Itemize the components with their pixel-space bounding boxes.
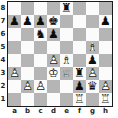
square-h1: ♜♖ — [99, 93, 112, 106]
black-king-icon: ♚ — [47, 15, 60, 28]
square-e2 — [60, 80, 73, 93]
piece-black-pawn: ♟ — [21, 15, 34, 28]
piece-black-king: ♚ — [47, 15, 60, 28]
white-pawn-icon: ♙ — [86, 67, 99, 80]
file-label-g: g — [86, 106, 99, 117]
square-e3: ♛♕ — [60, 67, 73, 80]
square-c1 — [34, 93, 47, 106]
square-a5 — [8, 41, 21, 54]
rank-label-8: 8 — [0, 2, 6, 15]
piece-black-pawn: ♟ — [86, 54, 99, 67]
square-a6 — [8, 28, 21, 41]
black-rook-icon: ♜ — [73, 67, 86, 80]
square-a2 — [8, 80, 21, 93]
square-c2: ♟♙ — [34, 80, 47, 93]
square-g3: ♟♙ — [86, 67, 99, 80]
square-h6 — [99, 28, 112, 41]
rank-label-5: 5 — [0, 41, 6, 54]
piece-white-bishop: ♝♗ — [60, 54, 73, 67]
piece-white-pawn: ♟♙ — [47, 54, 60, 67]
chess-diagram: 87654321 ♜♟♟♟♚♟♞♟♝♗♟♙♝♗♟♟♙♚♔♛♕♜♟♙♟♙♟♙♟♛♟… — [0, 0, 118, 118]
square-g8 — [86, 2, 99, 15]
white-queen-icon: ♕ — [60, 67, 73, 80]
piece-black-queen: ♛ — [86, 80, 99, 93]
rank-label-1: 1 — [0, 93, 6, 106]
rank-label-7: 7 — [0, 15, 6, 28]
square-e1 — [60, 93, 73, 106]
square-b4 — [21, 54, 34, 67]
square-h8 — [99, 2, 112, 15]
square-g5: ♝♗ — [86, 41, 99, 54]
chess-board: ♜♟♟♟♚♟♞♟♝♗♟♙♝♗♟♟♙♚♔♛♕♜♟♙♟♙♟♙♟♛♟♙♜♖♜♖ — [7, 1, 113, 107]
rank-label-2: 2 — [0, 80, 6, 93]
square-h5 — [99, 41, 112, 54]
white-bishop-icon: ♗ — [60, 54, 73, 67]
white-rook-icon: ♖ — [99, 93, 112, 106]
square-d5 — [47, 41, 60, 54]
black-pawn-icon: ♟ — [21, 15, 34, 28]
piece-black-pawn: ♟ — [99, 15, 112, 28]
rank-label-4: 4 — [0, 54, 6, 67]
square-h2: ♟♙ — [99, 80, 112, 93]
piece-black-pawn: ♟ — [47, 28, 60, 41]
square-f2: ♟ — [73, 80, 86, 93]
file-label-d: d — [47, 106, 60, 117]
square-e7 — [60, 15, 73, 28]
piece-white-king: ♚♔ — [47, 67, 60, 80]
file-labels: abcdefgh — [8, 106, 112, 117]
square-f5 — [73, 41, 86, 54]
square-d6: ♟ — [47, 28, 60, 41]
piece-white-pawn: ♟♙ — [8, 67, 21, 80]
white-king-icon: ♔ — [47, 67, 60, 80]
piece-white-pawn: ♟♙ — [21, 80, 34, 93]
square-f4 — [73, 54, 86, 67]
square-e5 — [60, 41, 73, 54]
file-label-b: b — [21, 106, 34, 117]
piece-black-rook: ♜ — [73, 67, 86, 80]
rank-labels: 87654321 — [0, 2, 6, 106]
white-pawn-icon: ♙ — [8, 67, 21, 80]
square-f1: ♜♖ — [73, 93, 86, 106]
square-h3 — [99, 67, 112, 80]
square-b5 — [21, 41, 34, 54]
white-pawn-icon: ♙ — [99, 80, 112, 93]
piece-black-rook: ♜ — [60, 2, 73, 15]
square-f6 — [73, 28, 86, 41]
square-c8 — [34, 2, 47, 15]
black-pawn-icon: ♟ — [8, 15, 21, 28]
black-pawn-icon: ♟ — [47, 28, 60, 41]
square-d2 — [47, 80, 60, 93]
square-c4 — [34, 54, 47, 67]
piece-white-queen: ♛♕ — [60, 67, 73, 80]
white-pawn-icon: ♙ — [21, 80, 34, 93]
square-b7: ♟ — [21, 15, 34, 28]
square-b6 — [21, 28, 34, 41]
square-f3: ♜ — [73, 67, 86, 80]
file-label-e: e — [60, 106, 73, 117]
square-c7: ♟ — [34, 15, 47, 28]
white-rook-icon: ♖ — [73, 93, 86, 106]
piece-black-pawn: ♟ — [73, 80, 86, 93]
piece-black-pawn: ♟ — [8, 15, 21, 28]
square-b3 — [21, 67, 34, 80]
piece-black-knight: ♞ — [34, 28, 47, 41]
black-queen-icon: ♛ — [86, 80, 99, 93]
square-a8 — [8, 2, 21, 15]
square-f8 — [73, 2, 86, 15]
piece-black-pawn: ♟ — [34, 15, 47, 28]
white-pawn-icon: ♙ — [34, 80, 47, 93]
square-d4: ♟♙ — [47, 54, 60, 67]
square-g1 — [86, 93, 99, 106]
rank-label-3: 3 — [0, 67, 6, 80]
piece-white-rook: ♜♖ — [99, 93, 112, 106]
square-f7 — [73, 15, 86, 28]
square-a1 — [8, 93, 21, 106]
square-b8 — [21, 2, 34, 15]
square-c3 — [34, 67, 47, 80]
square-d1 — [47, 93, 60, 106]
black-pawn-icon: ♟ — [34, 15, 47, 28]
square-g7 — [86, 15, 99, 28]
square-a4 — [8, 54, 21, 67]
square-g4: ♟ — [86, 54, 99, 67]
white-pawn-icon: ♙ — [47, 54, 60, 67]
black-pawn-icon: ♟ — [73, 80, 86, 93]
file-label-h: h — [99, 106, 112, 117]
square-e4: ♝♗ — [60, 54, 73, 67]
black-rook-icon: ♜ — [60, 2, 73, 15]
black-pawn-icon: ♟ — [99, 15, 112, 28]
file-label-c: c — [34, 106, 47, 117]
square-g2: ♛ — [86, 80, 99, 93]
file-label-a: a — [8, 106, 21, 117]
square-a7: ♟ — [8, 15, 21, 28]
file-label-f: f — [73, 106, 86, 117]
square-e8: ♜ — [60, 2, 73, 15]
piece-white-pawn: ♟♙ — [99, 80, 112, 93]
white-bishop-icon: ♗ — [86, 41, 99, 54]
square-c5 — [34, 41, 47, 54]
square-d3: ♚♔ — [47, 67, 60, 80]
square-b1 — [21, 93, 34, 106]
square-c6: ♞ — [34, 28, 47, 41]
black-knight-icon: ♞ — [34, 28, 47, 41]
piece-white-bishop: ♝♗ — [86, 41, 99, 54]
rank-label-6: 6 — [0, 28, 6, 41]
piece-white-pawn: ♟♙ — [34, 80, 47, 93]
piece-white-rook: ♜♖ — [73, 93, 86, 106]
square-a3: ♟♙ — [8, 67, 21, 80]
square-e6 — [60, 28, 73, 41]
square-h4 — [99, 54, 112, 67]
square-b2: ♟♙ — [21, 80, 34, 93]
square-d7: ♚ — [47, 15, 60, 28]
black-pawn-icon: ♟ — [86, 54, 99, 67]
square-h7: ♟ — [99, 15, 112, 28]
piece-white-pawn: ♟♙ — [86, 67, 99, 80]
square-g6 — [86, 28, 99, 41]
square-d8 — [47, 2, 60, 15]
